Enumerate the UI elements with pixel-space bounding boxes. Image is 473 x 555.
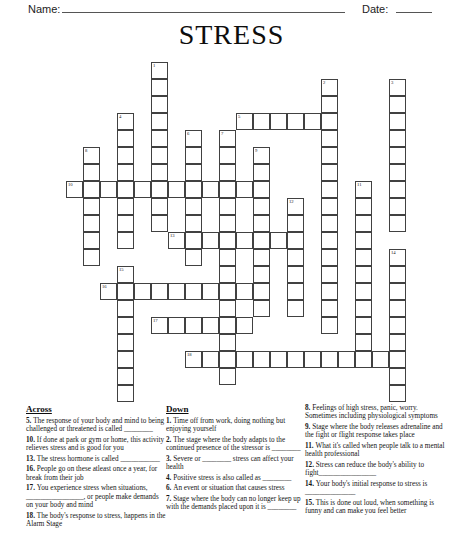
grid-cell <box>389 181 406 198</box>
grid-gap <box>304 317 321 334</box>
grid-gap <box>66 300 83 317</box>
grid-cell <box>389 317 406 334</box>
grid-gap <box>168 351 185 368</box>
grid-gap <box>304 266 321 283</box>
grid-gap <box>134 300 151 317</box>
grid-cell <box>321 181 338 198</box>
grid-gap <box>321 62 338 79</box>
grid-gap <box>151 300 168 317</box>
grid-cell <box>151 198 168 215</box>
grid-gap <box>168 164 185 181</box>
grid-cell <box>151 283 168 300</box>
grid-cell <box>236 181 253 198</box>
cell-number: 16 <box>102 284 107 289</box>
grid-gap <box>83 130 100 147</box>
grid-cell <box>253 215 270 232</box>
clue-text: Positive stress is also called as ______… <box>173 474 291 482</box>
grid-gap <box>321 385 338 402</box>
grid-gap <box>134 147 151 164</box>
grid-gap <box>66 317 83 334</box>
grid-cell <box>236 351 253 368</box>
grid-gap <box>304 181 321 198</box>
grid-cell <box>355 351 372 368</box>
grid-cell <box>355 249 372 266</box>
grid-cell <box>151 79 168 96</box>
grid-gap <box>372 130 389 147</box>
grid-cell <box>219 334 236 351</box>
grid-cell <box>321 266 338 283</box>
clue-item: 4. Positive stress is also called as ___… <box>166 474 306 482</box>
grid-cell <box>389 334 406 351</box>
grid-cell <box>185 215 202 232</box>
grid-cell <box>185 283 202 300</box>
grid-gap <box>134 113 151 130</box>
grid-gap <box>338 113 355 130</box>
grid-gap <box>202 368 219 385</box>
grid-cell <box>202 351 219 368</box>
cell-number: 7 <box>221 131 223 136</box>
grid-gap <box>304 283 321 300</box>
grid-cell <box>117 351 134 368</box>
cell-number: 4 <box>119 114 121 119</box>
grid-gap <box>168 368 185 385</box>
grid-cell <box>117 198 134 215</box>
clue-number: 18. <box>26 512 37 520</box>
grid-cell <box>355 334 372 351</box>
grid-gap <box>219 96 236 113</box>
grid-cell <box>321 198 338 215</box>
clue-item: 6. An event or situation that causes str… <box>166 484 306 492</box>
grid-gap <box>270 181 287 198</box>
grid-cell: 7 <box>219 130 236 147</box>
grid-gap <box>270 147 287 164</box>
grid-gap <box>338 79 355 96</box>
grid-cell: 18 <box>185 351 202 368</box>
grid-gap <box>185 385 202 402</box>
grid-gap <box>372 113 389 130</box>
clue-text: Stress can reduce the body's ability to … <box>305 461 424 477</box>
clue-item: 5. The response of your body and mind to… <box>26 417 166 434</box>
grid-cell <box>151 147 168 164</box>
grid-gap <box>168 334 185 351</box>
grid-gap <box>338 62 355 79</box>
grid-gap <box>338 283 355 300</box>
grid-gap <box>236 215 253 232</box>
grid-gap <box>134 164 151 181</box>
grid-gap <box>66 198 83 215</box>
grid-cell <box>321 96 338 113</box>
grid-cell <box>83 198 100 215</box>
grid-gap <box>304 232 321 249</box>
grid-gap <box>321 334 338 351</box>
grid-gap <box>151 334 168 351</box>
grid-cell <box>253 198 270 215</box>
grid-cell <box>389 147 406 164</box>
grid-cell <box>185 317 202 334</box>
grid-gap <box>270 385 287 402</box>
grid-gap <box>134 62 151 79</box>
grid-gap <box>253 334 270 351</box>
grid-gap <box>372 62 389 79</box>
grid-cell <box>287 232 304 249</box>
grid-gap <box>134 130 151 147</box>
grid-gap <box>372 266 389 283</box>
grid-gap <box>168 130 185 147</box>
grid-gap <box>219 79 236 96</box>
grid-gap <box>83 266 100 283</box>
grid-gap <box>372 215 389 232</box>
grid-cell: 10 <box>66 181 83 198</box>
page-title: STRESS <box>0 19 463 51</box>
grid-cell <box>202 181 219 198</box>
grid-gap <box>338 368 355 385</box>
grid-cell <box>253 181 270 198</box>
grid-cell <box>253 164 270 181</box>
grid-gap <box>304 130 321 147</box>
grid-cell <box>151 181 168 198</box>
grid-gap <box>304 249 321 266</box>
grid-gap <box>304 62 321 79</box>
grid-cell <box>253 249 270 266</box>
grid-gap <box>338 198 355 215</box>
clue-item: 16. People go on these atleast once a ye… <box>26 465 166 482</box>
grid-gap <box>219 62 236 79</box>
clue-text: Feelings of high stress, panic, worry. S… <box>305 404 438 420</box>
grid-cell <box>219 198 236 215</box>
grid-gap <box>100 351 117 368</box>
grid-cell <box>355 232 372 249</box>
grid-gap <box>236 164 253 181</box>
clue-item: 2. The stage where the body adapts to th… <box>166 436 306 453</box>
grid-gap <box>100 317 117 334</box>
grid-gap <box>66 368 83 385</box>
clue-text: Stage where the body can no longer keep … <box>166 495 301 511</box>
clue-number: 10. <box>26 436 37 444</box>
grid-gap <box>270 79 287 96</box>
grid-cell <box>321 300 338 317</box>
grid-gap <box>185 368 202 385</box>
grid-cell <box>287 249 304 266</box>
grid-gap <box>134 96 151 113</box>
clue-item: 3. Severe or ________ stress can affect … <box>166 455 306 472</box>
clue-number: 16. <box>26 465 37 473</box>
grid-gap <box>151 351 168 368</box>
clue-item: 18. The body's response to stress, happe… <box>26 512 166 529</box>
grid-cell <box>117 147 134 164</box>
grid-cell <box>117 130 134 147</box>
grid-gap <box>151 368 168 385</box>
grid-gap <box>134 385 151 402</box>
grid-gap <box>66 79 83 96</box>
grid-gap <box>270 198 287 215</box>
grid-cell <box>389 130 406 147</box>
grid-cell <box>287 215 304 232</box>
down-clues-column-2: 8. Feelings of high stress, panic, worry… <box>305 404 449 518</box>
grid-cell <box>117 181 134 198</box>
grid-gap <box>134 215 151 232</box>
grid-gap <box>202 385 219 402</box>
grid-cell <box>270 113 287 130</box>
grid-gap <box>100 130 117 147</box>
grid-cell <box>83 232 100 249</box>
worksheet-page: { "game": "crossword", "title": "STRESS"… <box>0 0 473 555</box>
clue-item: 10. If done at park or gym or home, this… <box>26 436 166 453</box>
grid-gap <box>372 96 389 113</box>
grid-gap <box>287 79 304 96</box>
grid-cell <box>321 283 338 300</box>
grid-gap <box>66 130 83 147</box>
grid-cell <box>355 283 372 300</box>
clue-item: 13. The stress hormone is called _______… <box>26 455 166 463</box>
down-header: Down <box>166 404 306 414</box>
grid-gap <box>219 113 236 130</box>
grid-gap <box>83 96 100 113</box>
grid-cell <box>236 232 253 249</box>
grid-gap <box>168 385 185 402</box>
grid-cell <box>236 317 253 334</box>
grid-gap <box>151 249 168 266</box>
grid-gap <box>270 130 287 147</box>
grid-gap <box>355 113 372 130</box>
grid-gap <box>202 266 219 283</box>
cell-number: 5 <box>238 114 240 119</box>
grid-gap <box>100 198 117 215</box>
grid-cell <box>389 96 406 113</box>
grid-gap <box>236 198 253 215</box>
grid-gap <box>202 62 219 79</box>
grid-gap <box>236 266 253 283</box>
grid-cell <box>219 164 236 181</box>
grid-cell <box>355 266 372 283</box>
grid-gap <box>253 96 270 113</box>
grid-gap <box>372 249 389 266</box>
grid-gap <box>168 266 185 283</box>
grid-gap <box>338 266 355 283</box>
grid-gap <box>66 334 83 351</box>
grid-cell <box>117 232 134 249</box>
grid-gap <box>236 79 253 96</box>
grid-gap <box>304 300 321 317</box>
cell-number: 13 <box>170 233 175 238</box>
grid-gap <box>304 215 321 232</box>
grid-gap <box>372 334 389 351</box>
grid-gap <box>202 334 219 351</box>
grid-gap <box>83 334 100 351</box>
grid-cell <box>219 147 236 164</box>
grid-gap <box>270 317 287 334</box>
grid-gap <box>236 96 253 113</box>
grid-cell <box>321 215 338 232</box>
grid-gap <box>236 62 253 79</box>
cell-number: 17 <box>153 318 158 323</box>
grid-gap <box>236 300 253 317</box>
grid-cell <box>219 181 236 198</box>
grid-cell <box>117 283 134 300</box>
grid-gap <box>83 317 100 334</box>
grid-gap <box>202 215 219 232</box>
grid-gap <box>66 283 83 300</box>
grid-cell <box>355 215 372 232</box>
date-fill-line <box>396 1 432 13</box>
clue-text: What it's called when people talk to a m… <box>305 442 444 458</box>
grid-cell: 5 <box>236 113 253 130</box>
grid-cell <box>321 147 338 164</box>
grid-gap <box>270 368 287 385</box>
grid-cell <box>185 181 202 198</box>
grid-gap <box>168 79 185 96</box>
grid-gap <box>270 62 287 79</box>
cell-number: 15 <box>119 267 124 272</box>
grid-gap <box>287 62 304 79</box>
grid-cell: 4 <box>117 113 134 130</box>
grid-gap <box>100 266 117 283</box>
clue-item: 17. You experience stress when situation… <box>26 484 166 509</box>
grid-gap <box>185 62 202 79</box>
grid-gap <box>100 334 117 351</box>
grid-gap <box>270 249 287 266</box>
clue-item: 9. Stage where the body releases adrenal… <box>305 423 449 440</box>
grid-gap <box>338 96 355 113</box>
clue-item: 15. This is done out loud, when somethin… <box>305 499 449 516</box>
grid-cell <box>389 368 406 385</box>
grid-gap <box>355 79 372 96</box>
grid-cell <box>219 249 236 266</box>
grid-gap <box>66 266 83 283</box>
grid-cell <box>270 351 287 368</box>
grid-gap <box>134 317 151 334</box>
grid-gap <box>287 181 304 198</box>
grid-gap <box>338 300 355 317</box>
grid-cell <box>151 164 168 181</box>
grid-gap <box>185 300 202 317</box>
clue-item: 11. What it's called when people talk to… <box>305 442 449 459</box>
grid-cell <box>389 198 406 215</box>
grid-cell <box>355 300 372 317</box>
grid-gap <box>134 232 151 249</box>
cell-number: 3 <box>391 80 393 85</box>
grid-cell <box>338 351 355 368</box>
grid-gap <box>372 164 389 181</box>
grid-gap <box>355 96 372 113</box>
grid-gap <box>338 317 355 334</box>
grid-cell <box>117 317 134 334</box>
grid-cell <box>151 130 168 147</box>
clue-item: 7. Stage where the body can no longer ke… <box>166 495 306 512</box>
grid-cell <box>270 232 287 249</box>
grid-gap <box>100 368 117 385</box>
grid-gap <box>338 147 355 164</box>
grid-gap <box>185 113 202 130</box>
grid-cell <box>134 181 151 198</box>
grid-cell <box>100 181 117 198</box>
across-header: Across <box>26 404 166 414</box>
clue-number: 15. <box>305 499 316 507</box>
grid-cell: 12 <box>287 198 304 215</box>
grid-cell <box>202 317 219 334</box>
grid-gap <box>168 215 185 232</box>
name-label: Name: <box>28 3 60 15</box>
grid-gap <box>185 96 202 113</box>
grid-gap <box>66 215 83 232</box>
grid-cell: 11 <box>355 181 372 198</box>
grid-gap <box>134 368 151 385</box>
grid-gap <box>134 79 151 96</box>
grid-gap <box>287 147 304 164</box>
grid-gap <box>185 266 202 283</box>
grid-gap <box>304 164 321 181</box>
cell-number: 9 <box>255 148 257 153</box>
across-clues-column: Across 5. The response of your body and … <box>26 404 166 531</box>
grid-gap <box>338 181 355 198</box>
grid-gap <box>253 385 270 402</box>
grid-gap <box>134 249 151 266</box>
down-clues-list-1: 1. Time off from work, doing nothing but… <box>166 417 306 512</box>
grid-cell <box>117 368 134 385</box>
grid-gap <box>151 266 168 283</box>
grid-gap <box>185 334 202 351</box>
grid-cell <box>117 215 134 232</box>
grid-gap <box>338 334 355 351</box>
grid-gap <box>270 96 287 113</box>
grid-cell: 8 <box>83 147 100 164</box>
grid-gap <box>253 317 270 334</box>
grid-cell <box>219 283 236 300</box>
grid-cell <box>321 351 338 368</box>
grid-gap <box>355 62 372 79</box>
grid-cell <box>253 232 270 249</box>
cell-number: 2 <box>323 80 325 85</box>
grid-cell <box>219 368 236 385</box>
grid-cell <box>253 300 270 317</box>
grid-gap <box>117 96 134 113</box>
grid-cell <box>219 351 236 368</box>
date-label: Date: <box>362 3 388 15</box>
grid-cell <box>321 164 338 181</box>
grid-cell <box>236 283 253 300</box>
grid-gap <box>168 96 185 113</box>
grid-cell: 3 <box>389 79 406 96</box>
grid-cell <box>253 266 270 283</box>
grid-cell <box>117 300 134 317</box>
grid-gap <box>66 385 83 402</box>
grid-gap <box>253 368 270 385</box>
grid-gap <box>66 62 83 79</box>
grid-cell <box>151 113 168 130</box>
grid-gap <box>83 368 100 385</box>
grid-gap <box>100 147 117 164</box>
grid-gap <box>253 79 270 96</box>
grid-cell <box>185 147 202 164</box>
grid-cell: 6 <box>185 130 202 147</box>
grid-gap <box>117 79 134 96</box>
grid-gap <box>168 198 185 215</box>
clue-item: 14. Your body's initial response to stre… <box>305 480 449 497</box>
cell-number: 18 <box>187 352 192 357</box>
grid-gap <box>372 79 389 96</box>
grid-cell <box>389 351 406 368</box>
grid-gap <box>372 283 389 300</box>
cell-number: 1 <box>153 63 155 68</box>
cell-number: 11 <box>357 182 362 187</box>
grid-gap <box>168 300 185 317</box>
grid-gap <box>287 130 304 147</box>
grid-gap <box>100 215 117 232</box>
grid-gap <box>389 232 406 249</box>
grid-gap <box>372 198 389 215</box>
grid-gap <box>253 130 270 147</box>
grid-cell <box>168 317 185 334</box>
grid-gap <box>338 385 355 402</box>
